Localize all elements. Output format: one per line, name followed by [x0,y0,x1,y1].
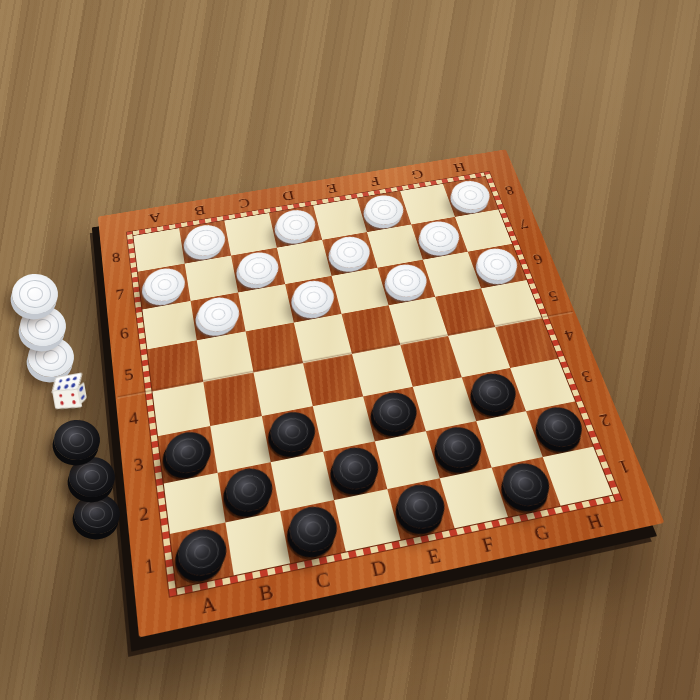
file-label-top-c: C [237,196,250,210]
rank-label-left-2: 2 [138,503,150,523]
black-piece-c3[interactable] [266,408,318,455]
white-piece-f6[interactable] [382,261,431,300]
file-label-bottom-g: G [532,522,552,544]
file-label-bottom-e: E [425,545,442,567]
file-label-top-g: G [410,167,425,180]
die[interactable] [49,371,90,418]
die-pip [79,386,83,392]
rank-label-right-7: 7 [517,216,530,230]
rank-label-right-2: 2 [597,411,612,429]
white-piece-d8[interactable] [273,207,318,243]
white-piece-e7[interactable] [326,234,373,271]
white-piece-b8[interactable] [183,222,227,258]
file-label-top-f: F [368,175,380,188]
file-label-bottom-d: D [369,557,388,580]
white-piece-h6[interactable] [472,245,522,283]
black-piece-d2[interactable] [328,443,382,493]
white-piece-f8[interactable] [361,192,407,227]
file-label-top-a: A [148,211,161,225]
black-piece-b2[interactable] [222,464,275,515]
white-piece-h8[interactable] [447,178,494,212]
white-piece-g7[interactable] [415,218,463,254]
rank-label-left-7: 7 [115,286,125,301]
die-pip [64,384,68,388]
die-pip [58,394,62,398]
black-piece-e3[interactable] [368,389,421,435]
die-pip [66,378,70,382]
board-plane: ABCDEFGHABCDEFGH8765432187654321 [0,64,700,700]
black-piece-f2[interactable] [431,423,487,471]
die-pip [71,383,75,387]
file-label-bottom-a: A [200,593,218,616]
die-pip [70,393,74,397]
black-piece-a1[interactable] [175,525,229,580]
die-pip [58,379,62,383]
rank-label-left-4: 4 [128,409,139,427]
rank-label-right-3: 3 [579,367,594,384]
white-piece-a7[interactable] [142,265,187,304]
checkers-board: ABCDEFGHABCDEFGH8765432187654321 [98,149,665,637]
die-pip [72,400,76,404]
rank-label-left-1: 1 [143,555,155,576]
rank-label-right-5: 5 [546,288,560,303]
rank-label-left-3: 3 [133,454,144,473]
file-label-top-b: B [193,203,206,217]
rank-label-right-1: 1 [616,456,632,475]
black-piece-e1[interactable] [392,480,449,532]
file-label-bottom-f: F [480,534,497,555]
die-pip [60,401,64,405]
white-piece-c7[interactable] [235,249,281,287]
rank-label-left-8: 8 [111,250,121,264]
die-pip [73,376,77,380]
file-label-bottom-c: C [314,569,332,592]
black-piece-c1[interactable] [285,502,341,556]
rank-label-left-6: 6 [119,325,129,341]
checkers-photo-scene: ABCDEFGHABCDEFGH8765432187654321 [0,0,700,700]
rank-label-right-8: 8 [503,183,515,196]
file-label-top-h: H [452,161,467,174]
white-piece-d6[interactable] [289,277,337,317]
rank-label-right-6: 6 [531,251,544,265]
white-piece-b6[interactable] [195,294,242,335]
rank-label-right-4: 4 [562,327,576,343]
die-pip [81,394,85,400]
black-piece-a3[interactable] [163,428,214,477]
file-label-bottom-b: B [258,581,275,604]
file-label-top-d: D [281,189,295,203]
file-label-bottom-h: H [584,511,605,532]
file-label-top-e: E [325,182,338,195]
rank-label-left-5: 5 [124,366,135,383]
